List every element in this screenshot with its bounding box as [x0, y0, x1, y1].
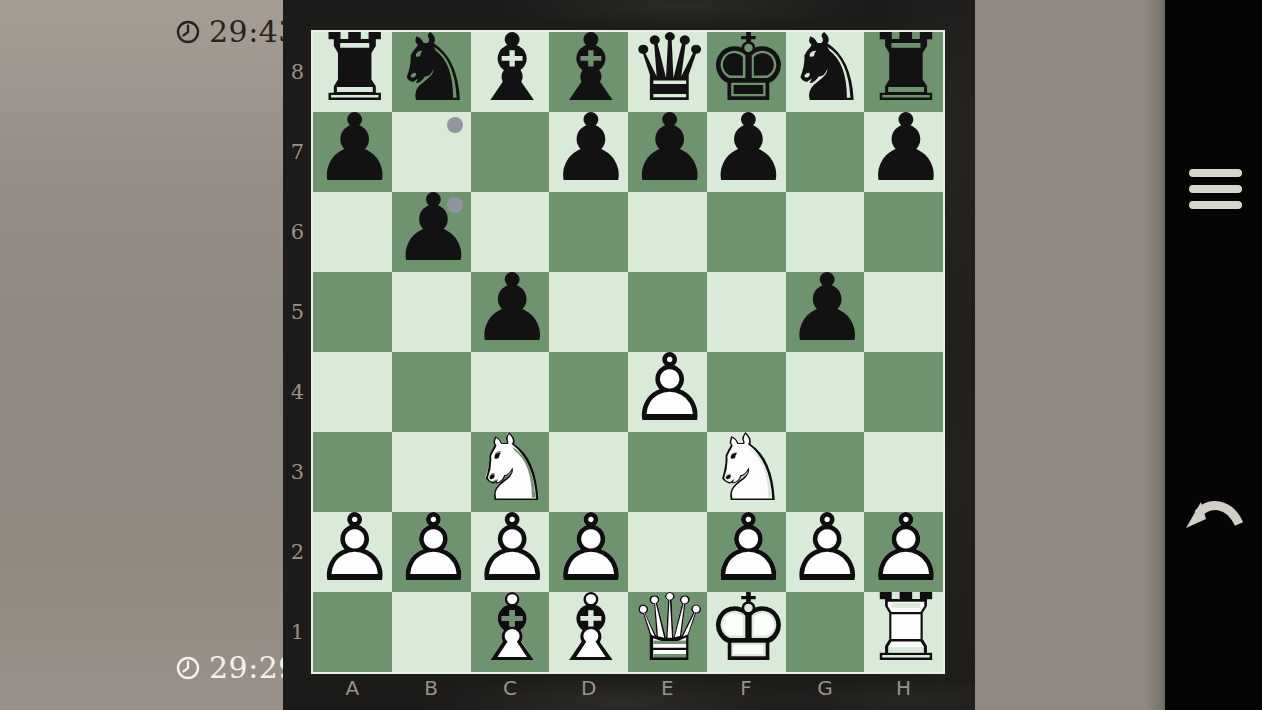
- rank-label-6: 6: [283, 192, 312, 272]
- square-d4[interactable]: [549, 352, 628, 432]
- white-knight[interactable]: ♞︎: [471, 428, 550, 508]
- square-b3[interactable]: [392, 432, 471, 512]
- white-rook[interactable]: ♜︎: [864, 588, 943, 668]
- white-bishop[interactable]: ♝︎: [549, 588, 628, 668]
- clock-icon: [176, 656, 200, 680]
- toolbar-column: [1165, 0, 1262, 710]
- left-panel: 29:43 29:29: [0, 0, 283, 710]
- black-knight[interactable]: ♞︎: [786, 28, 865, 108]
- square-f5[interactable]: [707, 272, 786, 352]
- rank-label-4: 4: [283, 352, 312, 432]
- square-h4[interactable]: [864, 352, 943, 432]
- square-c3[interactable]: ♞︎♘︎: [471, 432, 550, 512]
- chess-board: ♜︎♞︎♝︎♝︎♛︎♚︎♞︎♜︎♟︎♟︎♟︎♟︎♟︎♟︎♟︎♟︎♟︎♙︎♞︎♘︎…: [311, 30, 945, 674]
- black-clock: 29:43: [176, 14, 298, 49]
- last-move-dot: [447, 197, 463, 213]
- black-queen[interactable]: ♛︎: [628, 28, 707, 108]
- square-f2[interactable]: ♟︎♙︎: [707, 512, 786, 592]
- white-bishop-outline: ♗︎: [549, 588, 628, 668]
- square-a1[interactable]: [313, 592, 392, 672]
- file-label-d: D: [549, 676, 628, 700]
- white-pawn[interactable]: ♟︎: [313, 508, 392, 588]
- square-b8[interactable]: ♞︎: [392, 32, 471, 112]
- square-g2[interactable]: ♟︎♙︎: [786, 512, 865, 592]
- square-e7[interactable]: ♟︎: [628, 112, 707, 192]
- hamburger-icon: [1189, 169, 1242, 209]
- rank-label-5: 5: [283, 272, 312, 352]
- rank-label-2: 2: [283, 512, 312, 592]
- square-e6[interactable]: [628, 192, 707, 272]
- white-pawn-outline: ♙︎: [786, 508, 865, 588]
- square-b7[interactable]: [392, 112, 471, 192]
- square-c5[interactable]: ♟︎: [471, 272, 550, 352]
- white-knight-outline: ♘︎: [471, 428, 550, 508]
- black-pawn[interactable]: ♟︎: [549, 108, 628, 188]
- square-f3[interactable]: ♞︎♘︎: [707, 432, 786, 512]
- square-h5[interactable]: [864, 272, 943, 352]
- black-pawn[interactable]: ♟︎: [864, 108, 943, 188]
- undo-arrow-icon: [1185, 525, 1249, 544]
- last-move-dot: [447, 117, 463, 133]
- square-e3[interactable]: [628, 432, 707, 512]
- white-pawn-outline: ♙︎: [707, 508, 786, 588]
- black-pawn[interactable]: ♟︎: [707, 108, 786, 188]
- board-panel: 87654321 ♜︎♞︎♝︎♝︎♛︎♚︎♞︎♜︎♟︎♟︎♟︎♟︎♟︎♟︎♟︎♟…: [283, 0, 975, 710]
- file-label-a: A: [313, 676, 392, 700]
- square-d2[interactable]: ♟︎♙︎: [549, 512, 628, 592]
- square-g1[interactable]: [786, 592, 865, 672]
- square-d6[interactable]: [549, 192, 628, 272]
- square-c4[interactable]: [471, 352, 550, 432]
- square-d1[interactable]: ♝︎♗︎: [549, 592, 628, 672]
- rank-label-1: 1: [283, 592, 312, 672]
- black-pawn[interactable]: ♟︎: [786, 268, 865, 348]
- square-g7[interactable]: [786, 112, 865, 192]
- square-e2[interactable]: [628, 512, 707, 592]
- square-c6[interactable]: [471, 192, 550, 272]
- square-f8[interactable]: ♚︎: [707, 32, 786, 112]
- undo-button[interactable]: [1185, 500, 1249, 540]
- white-pawn-outline: ♙︎: [864, 508, 943, 588]
- black-pawn[interactable]: ♟︎: [471, 268, 550, 348]
- square-g4[interactable]: [786, 352, 865, 432]
- square-a7[interactable]: ♟︎: [313, 112, 392, 192]
- black-bishop[interactable]: ♝︎: [471, 28, 550, 108]
- square-c2[interactable]: ♟︎♙︎: [471, 512, 550, 592]
- square-e1[interactable]: ♛︎♕︎: [628, 592, 707, 672]
- square-e4[interactable]: ♟︎♙︎: [628, 352, 707, 432]
- white-bishop-outline: ♗︎: [471, 588, 550, 668]
- white-bishop[interactable]: ♝︎: [471, 588, 550, 668]
- square-h6[interactable]: [864, 192, 943, 272]
- white-pawn[interactable]: ♟︎: [864, 508, 943, 588]
- black-pawn[interactable]: ♟︎: [628, 108, 707, 188]
- square-h1[interactable]: ♜︎♖︎: [864, 592, 943, 672]
- white-pawn-outline: ♙︎: [471, 508, 550, 588]
- white-pawn-outline: ♙︎: [628, 348, 707, 428]
- square-c8[interactable]: ♝︎: [471, 32, 550, 112]
- square-d3[interactable]: [549, 432, 628, 512]
- square-b4[interactable]: [392, 352, 471, 432]
- square-g6[interactable]: [786, 192, 865, 272]
- square-d7[interactable]: ♟︎: [549, 112, 628, 192]
- file-label-h: H: [864, 676, 943, 700]
- square-g8[interactable]: ♞︎: [786, 32, 865, 112]
- black-pawn[interactable]: ♟︎: [313, 108, 392, 188]
- square-b5[interactable]: [392, 272, 471, 352]
- white-king-outline: ♔︎: [707, 588, 786, 668]
- square-h8[interactable]: ♜︎: [864, 32, 943, 112]
- square-a8[interactable]: ♜︎: [313, 32, 392, 112]
- square-c1[interactable]: ♝︎♗︎: [471, 592, 550, 672]
- file-label-g: G: [786, 676, 865, 700]
- menu-button[interactable]: [1189, 169, 1242, 210]
- square-h3[interactable]: [864, 432, 943, 512]
- square-g3[interactable]: [786, 432, 865, 512]
- square-a4[interactable]: [313, 352, 392, 432]
- square-e5[interactable]: [628, 272, 707, 352]
- white-king[interactable]: ♚︎: [707, 588, 786, 668]
- square-d8[interactable]: ♝︎: [549, 32, 628, 112]
- square-f6[interactable]: [707, 192, 786, 272]
- white-pawn[interactable]: ♟︎: [549, 508, 628, 588]
- white-rook-outline: ♖︎: [864, 588, 943, 668]
- right-panel: [975, 0, 1165, 710]
- file-label-b: B: [392, 676, 471, 700]
- square-h2[interactable]: ♟︎♙︎: [864, 512, 943, 592]
- square-a5[interactable]: [313, 272, 392, 352]
- white-pawn-outline: ♙︎: [549, 508, 628, 588]
- square-b1[interactable]: [392, 592, 471, 672]
- white-pawn[interactable]: ♟︎: [392, 508, 471, 588]
- white-knight-outline: ♘︎: [707, 428, 786, 508]
- square-e8[interactable]: ♛︎: [628, 32, 707, 112]
- black-bishop[interactable]: ♝︎: [549, 28, 628, 108]
- file-label-e: E: [628, 676, 707, 700]
- white-pawn-outline: ♙︎: [313, 508, 392, 588]
- white-pawn[interactable]: ♟︎: [471, 508, 550, 588]
- file-label-c: C: [471, 676, 550, 700]
- square-f1[interactable]: ♚︎♔︎: [707, 592, 786, 672]
- rank-label-7: 7: [283, 112, 312, 192]
- square-b6[interactable]: ♟︎: [392, 192, 471, 272]
- black-rook[interactable]: ♜︎: [313, 28, 392, 108]
- square-a6[interactable]: [313, 192, 392, 272]
- square-f4[interactable]: [707, 352, 786, 432]
- white-clock: 29:29: [176, 650, 298, 685]
- square-d5[interactable]: [549, 272, 628, 352]
- square-g5[interactable]: ♟︎: [786, 272, 865, 352]
- square-a3[interactable]: [313, 432, 392, 512]
- clock-icon: [176, 20, 200, 44]
- white-pawn[interactable]: ♟︎: [707, 508, 786, 588]
- black-rook[interactable]: ♜︎: [864, 28, 943, 108]
- square-a2[interactable]: ♟︎♙︎: [313, 512, 392, 592]
- rank-label-8: 8: [283, 32, 312, 112]
- white-pawn[interactable]: ♟︎: [786, 508, 865, 588]
- white-pawn-outline: ♙︎: [392, 508, 471, 588]
- black-knight[interactable]: ♞︎: [392, 28, 471, 108]
- white-queen[interactable]: ♛︎: [628, 588, 707, 668]
- square-c7[interactable]: [471, 112, 550, 192]
- white-knight[interactable]: ♞︎: [707, 428, 786, 508]
- square-f7[interactable]: ♟︎: [707, 112, 786, 192]
- square-b2[interactable]: ♟︎♙︎: [392, 512, 471, 592]
- file-label-f: F: [707, 676, 786, 700]
- white-queen-outline: ♕︎: [628, 588, 707, 668]
- square-h7[interactable]: ♟︎: [864, 112, 943, 192]
- black-king[interactable]: ♚︎: [707, 28, 786, 108]
- file-labels: ABCDEFGH: [313, 676, 943, 700]
- rank-label-3: 3: [283, 432, 312, 512]
- rank-labels: 87654321: [283, 32, 312, 672]
- white-pawn[interactable]: ♟︎: [628, 348, 707, 428]
